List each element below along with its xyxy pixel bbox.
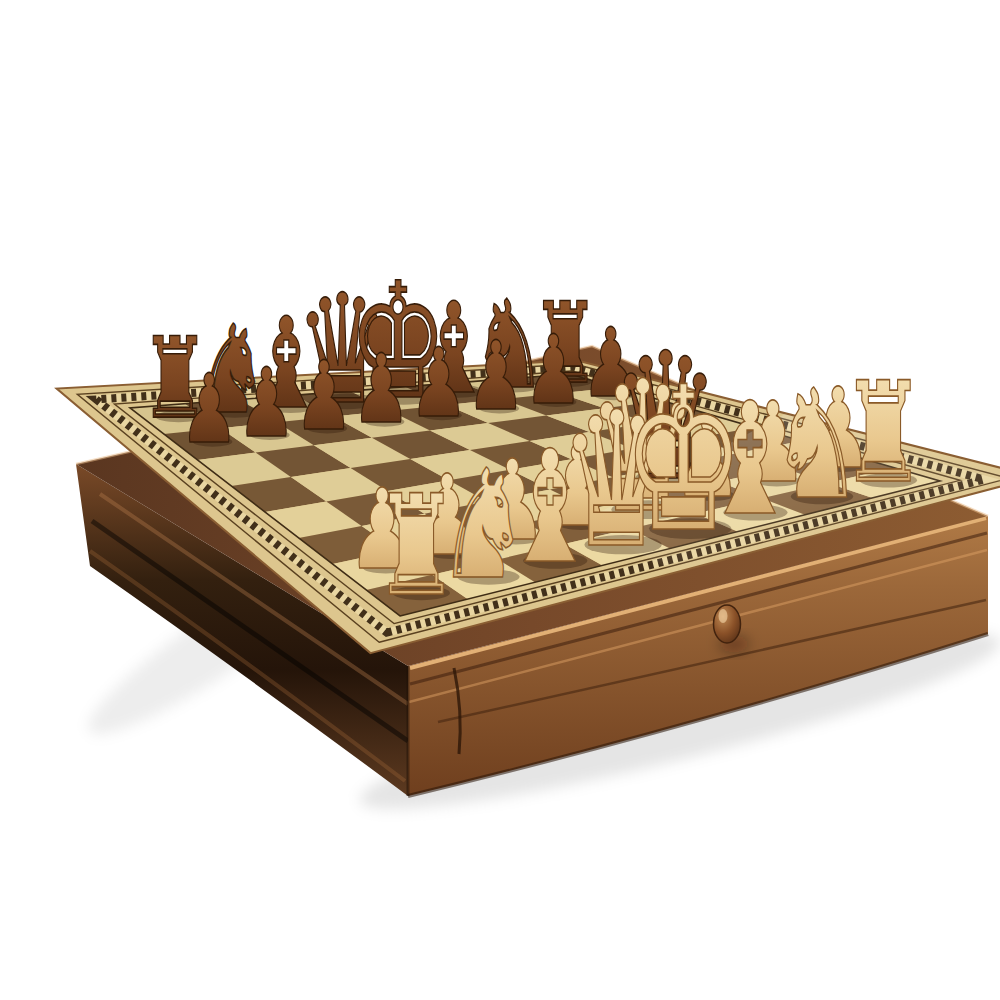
dark-pawn-d7[interactable]: ♟ <box>352 334 411 445</box>
drawer-knob <box>714 605 741 643</box>
knob-highlight <box>719 609 728 623</box>
dark-pawn-a7[interactable]: ♟ <box>180 354 239 465</box>
dark-pawn-f7[interactable]: ♟ <box>467 321 526 432</box>
chess-board-scene: ♜♞♝♛♚♝♞♜♟♟♟♟♟♟♟♟♛♛♟♟♟♟♟♟♟♜♞♝♛♚♝♞♜ <box>40 16 1000 1000</box>
dark-pawn-e7[interactable]: ♟ <box>409 327 468 438</box>
chess-set-product-photo: ♜♞♝♛♚♝♞♜♟♟♟♟♟♟♟♟♛♛♟♟♟♟♟♟♟♜♞♝♛♚♝♞♜ <box>40 16 1000 1000</box>
dark-pawn-b7[interactable]: ♟ <box>237 347 296 458</box>
light-rook-h1[interactable]: ♜ <box>841 352 927 514</box>
dark-pawn-c7[interactable]: ♟ <box>295 341 354 452</box>
